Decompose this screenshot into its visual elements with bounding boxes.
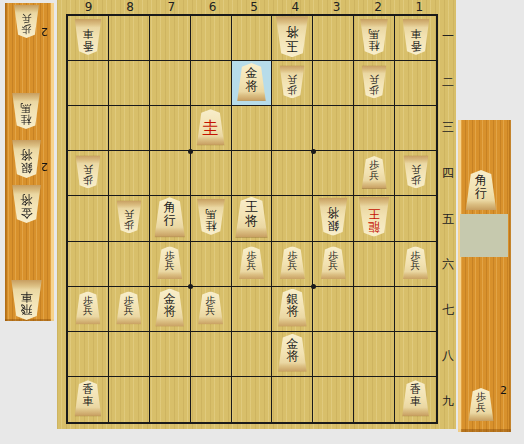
board-panel: 9 8 7 6 5 4 3 2 1 香車玉将桂馬香車金将歩兵歩兵圭歩兵歩兵歩兵歩…	[57, 0, 456, 429]
piece-pawn-sente[interactable]: 歩兵	[402, 246, 429, 279]
piece-kanji: 歩兵	[361, 156, 388, 189]
piece-kanji: 歩兵	[74, 291, 101, 324]
square-3-6[interactable]: 歩兵	[313, 242, 354, 287]
piece-kanji: 歩兵	[402, 246, 429, 279]
piece-pawn-gote[interactable]: 歩兵	[361, 66, 388, 99]
gote-captured-stand: 歩兵2桂馬銀将2金将飛車	[5, 3, 54, 321]
piece-kanji: 歩兵	[279, 246, 306, 279]
piece-pawn-gote[interactable]: 歩兵	[115, 201, 142, 234]
piece-pawn-gote[interactable]: 歩兵	[74, 156, 101, 189]
shogi-app: 歩兵2桂馬銀将2金将飛車 9 8 7 6 5 4 3 2 1 香車玉将桂馬香車金…	[0, 0, 524, 444]
square-2-6[interactable]	[354, 242, 395, 287]
square-4-4[interactable]	[272, 151, 313, 196]
square-2-7[interactable]	[354, 287, 395, 332]
piece-knight-gote[interactable]: 桂馬	[359, 19, 389, 55]
square-5-8[interactable]	[232, 332, 273, 377]
sente-captured-stand: 角行歩兵2	[458, 120, 511, 432]
piece-pawn-sente[interactable]: 歩兵	[156, 246, 183, 279]
column-label-8: 8	[109, 0, 150, 14]
piece-pawn-gote[interactable]: 歩兵	[402, 156, 429, 189]
piece-kanji: 香車	[73, 380, 102, 416]
column-label-6: 6	[192, 0, 233, 14]
column-label-3: 3	[316, 0, 357, 14]
piece-gold-sente[interactable]: 金将	[277, 334, 308, 372]
piece-pawn-sente[interactable]: 歩兵	[320, 246, 347, 279]
piece-kanji: 桂馬	[11, 93, 41, 129]
column-label-2: 2	[357, 0, 398, 14]
piece-kanji: 龍王	[358, 197, 391, 237]
piece-kanji: 桂馬	[359, 19, 389, 55]
piece-kanji: 歩兵	[115, 291, 142, 324]
piece-kanji: 桂馬	[196, 199, 226, 235]
square-2-5[interactable]: 龍王	[354, 196, 395, 241]
row-label-4: 四	[440, 151, 456, 197]
piece-kanji: 銀将	[11, 140, 42, 178]
square-6-5[interactable]: 桂馬	[191, 196, 232, 241]
piece-kanji: 金将	[277, 334, 308, 372]
piece-rook-gote[interactable]: 飛車	[10, 280, 43, 320]
captured-count: 2	[41, 25, 48, 38]
piece-kanji: 歩兵	[468, 388, 495, 421]
square-1-7[interactable]	[395, 287, 436, 332]
piece-promoted-rook-gote[interactable]: 龍王	[358, 197, 391, 237]
board-grid: 香車玉将桂馬香車金将歩兵歩兵圭歩兵歩兵歩兵歩兵角行桂馬王将銀将龍王歩兵歩兵歩兵歩…	[66, 14, 438, 424]
row-label-7: 七	[440, 287, 456, 333]
piece-silver-gote[interactable]: 銀将	[11, 140, 42, 178]
square-2-3[interactable]	[354, 106, 395, 151]
piece-bishop-sente[interactable]: 角行	[153, 197, 186, 237]
square-4-5[interactable]	[272, 196, 313, 241]
hoshi-dot	[311, 284, 316, 289]
square-3-5[interactable]: 銀将	[313, 196, 354, 241]
row-label-3: 三	[440, 105, 456, 151]
square-5-2[interactable]: 金将	[232, 61, 273, 106]
square-9-7[interactable]: 歩兵	[68, 287, 109, 332]
square-7-7[interactable]: 金将	[150, 287, 191, 332]
row-label-1: 一	[440, 14, 456, 60]
square-5-3[interactable]	[232, 106, 273, 151]
piece-kanji: 歩兵	[402, 156, 429, 189]
row-label-9: 九	[440, 379, 456, 425]
piece-lance-sente[interactable]: 香車	[401, 380, 430, 416]
row-label-8: 八	[440, 333, 456, 379]
piece-lance-gote[interactable]: 香車	[401, 19, 430, 55]
piece-pawn-sente[interactable]: 歩兵	[468, 388, 495, 421]
square-8-9[interactable]	[109, 377, 150, 422]
piece-king-sente[interactable]: 王将	[234, 197, 269, 238]
square-2-2[interactable]: 歩兵	[354, 61, 395, 106]
piece-kanji: 歩兵	[279, 66, 306, 99]
square-5-1[interactable]	[232, 16, 273, 61]
square-6-9[interactable]	[191, 377, 232, 422]
square-4-8[interactable]: 金将	[272, 332, 313, 377]
row-labels: 一 二 三 四 五 六 七 八 九	[440, 14, 456, 424]
piece-kanji: 銀将	[277, 289, 308, 327]
row-label-5: 五	[440, 196, 456, 242]
square-2-9[interactable]	[354, 377, 395, 422]
square-5-9[interactable]	[232, 377, 273, 422]
column-label-9: 9	[68, 0, 109, 14]
square-2-4[interactable]: 歩兵	[354, 151, 395, 196]
piece-kanji: 歩兵	[320, 246, 347, 279]
piece-kanji: 歩兵	[156, 246, 183, 279]
piece-kanji: 歩兵	[13, 5, 40, 38]
square-3-3[interactable]	[313, 106, 354, 151]
piece-pawn-gote[interactable]: 歩兵	[279, 66, 306, 99]
piece-pawn-gote[interactable]: 歩兵	[13, 5, 40, 38]
piece-kanji: 香車	[73, 19, 102, 55]
piece-gold-sente[interactable]: 金将	[154, 289, 185, 327]
piece-silver-sente[interactable]: 銀将	[277, 289, 308, 327]
column-label-5: 5	[233, 0, 274, 14]
column-label-4: 4	[275, 0, 316, 14]
piece-kanji: 王将	[234, 197, 269, 238]
square-9-4[interactable]: 歩兵	[68, 151, 109, 196]
square-7-6[interactable]: 歩兵	[150, 242, 191, 287]
piece-kanji: 玉将	[275, 16, 310, 57]
piece-kanji: 金将	[236, 63, 267, 101]
square-3-9[interactable]	[313, 377, 354, 422]
square-7-4[interactable]	[150, 151, 191, 196]
piece-kanji: 歩兵	[74, 156, 101, 189]
square-7-2[interactable]	[150, 61, 191, 106]
piece-promoted-knight-sente[interactable]: 圭	[196, 109, 226, 145]
row-label-2: 二	[440, 60, 456, 106]
square-5-6[interactable]: 歩兵	[232, 242, 273, 287]
square-6-2[interactable]	[191, 61, 232, 106]
piece-pawn-sente[interactable]: 歩兵	[238, 246, 265, 279]
square-7-3[interactable]	[150, 106, 191, 151]
square-6-7[interactable]: 歩兵	[191, 287, 232, 332]
square-3-1[interactable]	[313, 16, 354, 61]
square-1-1[interactable]: 香車	[395, 16, 436, 61]
square-4-1[interactable]: 玉将	[272, 16, 313, 61]
square-9-5[interactable]	[68, 196, 109, 241]
square-9-9[interactable]: 香車	[68, 377, 109, 422]
square-8-7[interactable]: 歩兵	[109, 287, 150, 332]
piece-gold-gote[interactable]: 金将	[11, 185, 42, 223]
square-1-5[interactable]	[395, 196, 436, 241]
square-7-9[interactable]	[150, 377, 191, 422]
square-4-2[interactable]: 歩兵	[272, 61, 313, 106]
piece-kanji: 歩兵	[197, 291, 224, 324]
piece-lance-gote[interactable]: 香車	[73, 19, 102, 55]
hoshi-dot	[311, 149, 316, 154]
piece-kanji: 香車	[401, 19, 430, 55]
row-label-6: 六	[440, 242, 456, 288]
square-1-8[interactable]	[395, 332, 436, 377]
square-7-1[interactable]	[150, 16, 191, 61]
column-labels: 9 8 7 6 5 4 3 2 1	[68, 0, 440, 14]
piece-pawn-sente[interactable]: 歩兵	[74, 291, 101, 324]
square-1-4[interactable]: 歩兵	[395, 151, 436, 196]
square-8-3[interactable]	[109, 106, 150, 151]
hoshi-dot	[188, 149, 193, 154]
square-3-2[interactable]	[313, 61, 354, 106]
square-4-6[interactable]: 歩兵	[272, 242, 313, 287]
piece-gold-sente[interactable]: 金将	[236, 63, 267, 101]
column-label-7: 7	[151, 0, 192, 14]
captured-count: 2	[41, 160, 48, 173]
square-5-5[interactable]: 王将	[232, 196, 273, 241]
piece-knight-gote[interactable]: 桂馬	[11, 93, 41, 129]
piece-kanji: 飛車	[10, 280, 43, 320]
square-3-4[interactable]	[313, 151, 354, 196]
square-6-4[interactable]	[191, 151, 232, 196]
piece-bishop-sente[interactable]: 角行	[465, 170, 498, 210]
piece-lance-sente[interactable]: 香車	[73, 380, 102, 416]
square-8-6[interactable]	[109, 242, 150, 287]
square-6-1[interactable]	[191, 16, 232, 61]
square-7-8[interactable]	[150, 332, 191, 377]
square-3-8[interactable]	[313, 332, 354, 377]
piece-kanji: 歩兵	[361, 66, 388, 99]
square-1-2[interactable]	[395, 61, 436, 106]
square-1-3[interactable]	[395, 106, 436, 151]
piece-kanji: 歩兵	[238, 246, 265, 279]
square-9-3[interactable]	[68, 106, 109, 151]
column-label-1: 1	[399, 0, 440, 14]
piece-kanji: 金将	[11, 185, 42, 223]
piece-kanji: 圭	[196, 109, 226, 145]
piece-kanji: 角行	[465, 170, 498, 210]
piece-silver-gote[interactable]: 銀将	[318, 198, 349, 236]
square-6-6[interactable]	[191, 242, 232, 287]
square-9-1[interactable]: 香車	[68, 16, 109, 61]
piece-pawn-sente[interactable]: 歩兵	[115, 291, 142, 324]
piece-kanji: 銀将	[318, 198, 349, 236]
square-9-6[interactable]	[68, 242, 109, 287]
piece-king-gote[interactable]: 玉将	[275, 16, 310, 57]
square-2-8[interactable]	[354, 332, 395, 377]
stand-empty-slot-highlight	[460, 214, 508, 257]
square-4-7[interactable]: 銀将	[272, 287, 313, 332]
captured-count: 2	[500, 384, 507, 397]
square-4-3[interactable]	[272, 106, 313, 151]
piece-kanji: 香車	[401, 380, 430, 416]
square-5-4[interactable]	[232, 151, 273, 196]
square-6-3[interactable]: 圭	[191, 106, 232, 151]
square-1-6[interactable]: 歩兵	[395, 242, 436, 287]
square-8-4[interactable]	[109, 151, 150, 196]
square-3-7[interactable]	[313, 287, 354, 332]
square-9-8[interactable]	[68, 332, 109, 377]
square-2-1[interactable]: 桂馬	[354, 16, 395, 61]
square-5-7[interactable]	[232, 287, 273, 332]
square-8-8[interactable]	[109, 332, 150, 377]
piece-kanji: 角行	[153, 197, 186, 237]
piece-knight-gote[interactable]: 桂馬	[196, 199, 226, 235]
square-8-5[interactable]: 歩兵	[109, 196, 150, 241]
square-7-5[interactable]: 角行	[150, 196, 191, 241]
piece-kanji: 歩兵	[115, 201, 142, 234]
square-8-2[interactable]	[109, 61, 150, 106]
square-4-9[interactable]	[272, 377, 313, 422]
square-9-2[interactable]	[68, 61, 109, 106]
square-1-9[interactable]: 香車	[395, 377, 436, 422]
square-8-1[interactable]	[109, 16, 150, 61]
piece-kanji: 金将	[154, 289, 185, 327]
piece-pawn-sente[interactable]: 歩兵	[279, 246, 306, 279]
square-6-8[interactable]	[191, 332, 232, 377]
piece-pawn-sente[interactable]: 歩兵	[361, 156, 388, 189]
piece-pawn-sente[interactable]: 歩兵	[197, 291, 224, 324]
